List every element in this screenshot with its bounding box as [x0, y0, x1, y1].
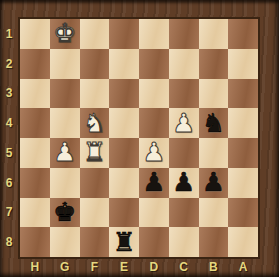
square-a8[interactable]: [228, 227, 258, 257]
square-e6[interactable]: [109, 168, 139, 198]
square-h1[interactable]: [20, 19, 50, 49]
white-rook[interactable]: ♜: [83, 139, 106, 166]
square-d4[interactable]: [139, 108, 169, 138]
square-g6[interactable]: [50, 168, 80, 198]
square-e2[interactable]: [109, 49, 139, 79]
rank-label-1: 1: [0, 19, 18, 49]
rank-label-5: 5: [0, 138, 18, 168]
square-b5[interactable]: [199, 138, 229, 168]
black-king[interactable]: ♚: [53, 199, 76, 226]
board: ♚♞♟♞♟♜♟♟♟♟♚♜: [18, 17, 260, 259]
square-e3[interactable]: [109, 79, 139, 109]
square-b8[interactable]: [199, 227, 229, 257]
square-e1[interactable]: [109, 19, 139, 49]
square-b1[interactable]: [199, 19, 229, 49]
square-e4[interactable]: [109, 108, 139, 138]
white-pawn[interactable]: ♟: [172, 110, 195, 137]
file-labels: HGFEDCBA: [20, 256, 258, 277]
white-pawn[interactable]: ♟: [142, 139, 165, 166]
square-c3[interactable]: [169, 79, 199, 109]
square-c5[interactable]: [169, 138, 199, 168]
file-label-b: B: [199, 256, 229, 277]
black-knight[interactable]: ♞: [202, 110, 225, 137]
file-label-h: H: [20, 256, 50, 277]
square-h3[interactable]: [20, 79, 50, 109]
square-h2[interactable]: [20, 49, 50, 79]
square-g5[interactable]: ♟: [50, 138, 80, 168]
square-f2[interactable]: [80, 49, 110, 79]
black-pawn[interactable]: ♟: [202, 169, 225, 196]
square-b6[interactable]: ♟: [199, 168, 229, 198]
rank-label-2: 2: [0, 49, 18, 79]
file-label-c: C: [169, 256, 199, 277]
square-h6[interactable]: [20, 168, 50, 198]
square-d3[interactable]: [139, 79, 169, 109]
square-g4[interactable]: [50, 108, 80, 138]
file-label-d: D: [139, 256, 169, 277]
square-a1[interactable]: [228, 19, 258, 49]
square-g3[interactable]: [50, 79, 80, 109]
square-b3[interactable]: [199, 79, 229, 109]
white-pawn[interactable]: ♟: [53, 139, 76, 166]
square-c1[interactable]: [169, 19, 199, 49]
square-e8[interactable]: ♜: [109, 227, 139, 257]
rank-labels: 12345678: [0, 19, 18, 257]
square-f5[interactable]: ♜: [80, 138, 110, 168]
square-d5[interactable]: ♟: [139, 138, 169, 168]
square-c6[interactable]: ♟: [169, 168, 199, 198]
square-f7[interactable]: [80, 198, 110, 228]
chessboard-frame: 12345678 ♚♞♟♞♟♜♟♟♟♟♚♜ HGFEDCBA: [0, 0, 279, 277]
rank-label-6: 6: [0, 168, 18, 198]
square-g7[interactable]: ♚: [50, 198, 80, 228]
square-a7[interactable]: [228, 198, 258, 228]
square-d7[interactable]: [139, 198, 169, 228]
square-d1[interactable]: [139, 19, 169, 49]
rank-label-8: 8: [0, 227, 18, 257]
square-e7[interactable]: [109, 198, 139, 228]
square-b7[interactable]: [199, 198, 229, 228]
rank-label-7: 7: [0, 198, 18, 228]
file-label-g: G: [50, 256, 80, 277]
file-label-e: E: [109, 256, 139, 277]
square-g8[interactable]: [50, 227, 80, 257]
square-b2[interactable]: [199, 49, 229, 79]
black-pawn[interactable]: ♟: [172, 169, 195, 196]
square-f6[interactable]: [80, 168, 110, 198]
square-c8[interactable]: [169, 227, 199, 257]
rank-label-3: 3: [0, 79, 18, 109]
square-a5[interactable]: [228, 138, 258, 168]
white-knight[interactable]: ♞: [83, 110, 106, 137]
square-f4[interactable]: ♞: [80, 108, 110, 138]
square-h5[interactable]: [20, 138, 50, 168]
square-c4[interactable]: ♟: [169, 108, 199, 138]
square-a3[interactable]: [228, 79, 258, 109]
square-a6[interactable]: [228, 168, 258, 198]
square-f3[interactable]: [80, 79, 110, 109]
square-a2[interactable]: [228, 49, 258, 79]
file-label-a: A: [228, 256, 258, 277]
square-a4[interactable]: [228, 108, 258, 138]
square-g1[interactable]: ♚: [50, 19, 80, 49]
white-king[interactable]: ♚: [53, 20, 76, 47]
square-c7[interactable]: [169, 198, 199, 228]
square-h4[interactable]: [20, 108, 50, 138]
black-pawn[interactable]: ♟: [142, 169, 165, 196]
square-f8[interactable]: [80, 227, 110, 257]
square-c2[interactable]: [169, 49, 199, 79]
rank-label-4: 4: [0, 108, 18, 138]
black-rook[interactable]: ♜: [112, 229, 135, 256]
square-d2[interactable]: [139, 49, 169, 79]
file-label-f: F: [80, 256, 110, 277]
square-b4[interactable]: ♞: [199, 108, 229, 138]
square-h8[interactable]: [20, 227, 50, 257]
square-g2[interactable]: [50, 49, 80, 79]
square-d6[interactable]: ♟: [139, 168, 169, 198]
square-e5[interactable]: [109, 138, 139, 168]
square-h7[interactable]: [20, 198, 50, 228]
square-d8[interactable]: [139, 227, 169, 257]
square-f1[interactable]: [80, 19, 110, 49]
